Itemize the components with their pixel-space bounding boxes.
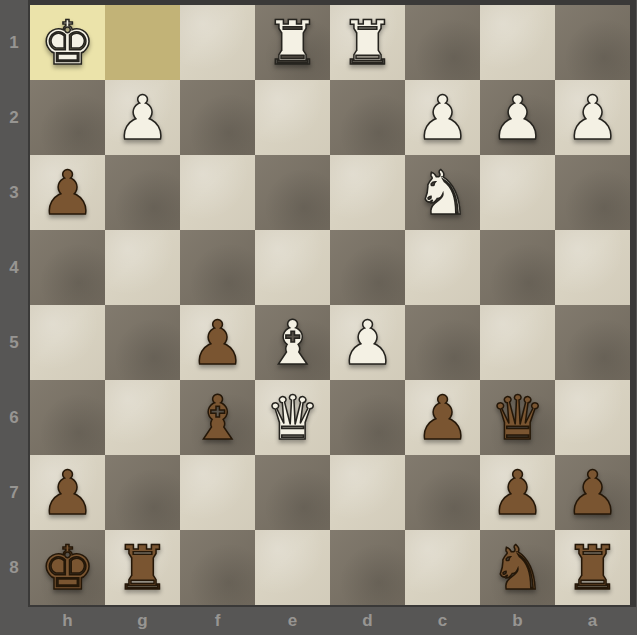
square-h4[interactable] bbox=[30, 230, 105, 305]
white-pawn[interactable]: ♟ bbox=[105, 80, 180, 155]
black-pawn[interactable]: ♟ bbox=[555, 455, 630, 530]
square-b8[interactable]: ♞ bbox=[480, 530, 555, 605]
square-c7[interactable] bbox=[405, 455, 480, 530]
white-pawn[interactable]: ♟ bbox=[480, 80, 555, 155]
white-pawn[interactable]: ♟ bbox=[405, 80, 480, 155]
square-d7[interactable] bbox=[330, 455, 405, 530]
square-d8[interactable] bbox=[330, 530, 405, 605]
square-a2[interactable]: ♟ bbox=[555, 80, 630, 155]
square-e4[interactable] bbox=[255, 230, 330, 305]
chess-board: ♚♜♜♟♟♟♟♟♞♟♝♟♝♛♟♛♟♟♟♚♜♞♜ bbox=[30, 5, 630, 605]
square-b5[interactable] bbox=[480, 305, 555, 380]
black-rook[interactable]: ♜ bbox=[105, 530, 180, 605]
square-e2[interactable] bbox=[255, 80, 330, 155]
black-pawn[interactable]: ♟ bbox=[405, 380, 480, 455]
square-h8[interactable]: ♚ bbox=[30, 530, 105, 605]
square-a6[interactable] bbox=[555, 380, 630, 455]
white-rook[interactable]: ♜ bbox=[330, 5, 405, 80]
square-h7[interactable]: ♟ bbox=[30, 455, 105, 530]
square-c1[interactable] bbox=[405, 5, 480, 80]
square-b3[interactable] bbox=[480, 155, 555, 230]
square-e8[interactable] bbox=[255, 530, 330, 605]
black-knight[interactable]: ♞ bbox=[480, 530, 555, 605]
square-f2[interactable] bbox=[180, 80, 255, 155]
square-f7[interactable] bbox=[180, 455, 255, 530]
square-d6[interactable] bbox=[330, 380, 405, 455]
square-f1[interactable] bbox=[180, 5, 255, 80]
black-king[interactable]: ♚ bbox=[30, 530, 105, 605]
white-queen[interactable]: ♛ bbox=[255, 380, 330, 455]
rank-labels: 12345678 bbox=[0, 5, 28, 605]
square-d4[interactable] bbox=[330, 230, 405, 305]
rank-label-5: 5 bbox=[0, 305, 28, 380]
square-e6[interactable]: ♛ bbox=[255, 380, 330, 455]
square-h6[interactable] bbox=[30, 380, 105, 455]
square-a4[interactable] bbox=[555, 230, 630, 305]
square-c5[interactable] bbox=[405, 305, 480, 380]
square-b1[interactable] bbox=[480, 5, 555, 80]
white-rook[interactable]: ♜ bbox=[255, 5, 330, 80]
file-label-c: c bbox=[405, 607, 480, 635]
square-h5[interactable] bbox=[30, 305, 105, 380]
rank-label-8: 8 bbox=[0, 530, 28, 605]
square-g3[interactable] bbox=[105, 155, 180, 230]
rank-label-3: 3 bbox=[0, 155, 28, 230]
square-b6[interactable]: ♛ bbox=[480, 380, 555, 455]
square-h1[interactable]: ♚ bbox=[30, 5, 105, 80]
square-f3[interactable] bbox=[180, 155, 255, 230]
black-bishop[interactable]: ♝ bbox=[180, 380, 255, 455]
square-f5[interactable]: ♟ bbox=[180, 305, 255, 380]
square-h3[interactable]: ♟ bbox=[30, 155, 105, 230]
black-queen[interactable]: ♛ bbox=[480, 380, 555, 455]
square-h2[interactable] bbox=[30, 80, 105, 155]
black-pawn[interactable]: ♟ bbox=[480, 455, 555, 530]
black-rook[interactable]: ♜ bbox=[555, 530, 630, 605]
square-a1[interactable] bbox=[555, 5, 630, 80]
black-pawn[interactable]: ♟ bbox=[30, 155, 105, 230]
black-pawn[interactable]: ♟ bbox=[180, 305, 255, 380]
square-e5[interactable]: ♝ bbox=[255, 305, 330, 380]
file-label-g: g bbox=[105, 607, 180, 635]
white-pawn[interactable]: ♟ bbox=[330, 305, 405, 380]
square-d3[interactable] bbox=[330, 155, 405, 230]
square-a5[interactable] bbox=[555, 305, 630, 380]
black-pawn[interactable]: ♟ bbox=[30, 455, 105, 530]
square-g8[interactable]: ♜ bbox=[105, 530, 180, 605]
white-pawn[interactable]: ♟ bbox=[555, 80, 630, 155]
square-g4[interactable] bbox=[105, 230, 180, 305]
white-bishop[interactable]: ♝ bbox=[255, 305, 330, 380]
board-frame: ♚♜♜♟♟♟♟♟♞♟♝♟♝♛♟♛♟♟♟♚♜♞♜ bbox=[28, 0, 636, 607]
file-label-d: d bbox=[330, 607, 405, 635]
square-d5[interactable]: ♟ bbox=[330, 305, 405, 380]
square-g7[interactable] bbox=[105, 455, 180, 530]
rank-label-2: 2 bbox=[0, 80, 28, 155]
square-a8[interactable]: ♜ bbox=[555, 530, 630, 605]
square-e7[interactable] bbox=[255, 455, 330, 530]
square-d2[interactable] bbox=[330, 80, 405, 155]
square-g5[interactable] bbox=[105, 305, 180, 380]
square-f4[interactable] bbox=[180, 230, 255, 305]
square-e1[interactable]: ♜ bbox=[255, 5, 330, 80]
rank-label-6: 6 bbox=[0, 380, 28, 455]
square-e3[interactable] bbox=[255, 155, 330, 230]
file-label-f: f bbox=[180, 607, 255, 635]
file-label-h: h bbox=[30, 607, 105, 635]
white-king[interactable]: ♚ bbox=[30, 5, 105, 80]
square-f6[interactable]: ♝ bbox=[180, 380, 255, 455]
square-g2[interactable]: ♟ bbox=[105, 80, 180, 155]
rank-label-1: 1 bbox=[0, 5, 28, 80]
square-b2[interactable]: ♟ bbox=[480, 80, 555, 155]
square-c6[interactable]: ♟ bbox=[405, 380, 480, 455]
rank-label-7: 7 bbox=[0, 455, 28, 530]
square-g1[interactable] bbox=[105, 5, 180, 80]
file-label-b: b bbox=[480, 607, 555, 635]
square-c8[interactable] bbox=[405, 530, 480, 605]
square-c4[interactable] bbox=[405, 230, 480, 305]
rank-label-4: 4 bbox=[0, 230, 28, 305]
square-c2[interactable]: ♟ bbox=[405, 80, 480, 155]
square-c3[interactable]: ♞ bbox=[405, 155, 480, 230]
square-b7[interactable]: ♟ bbox=[480, 455, 555, 530]
square-g6[interactable] bbox=[105, 380, 180, 455]
file-label-a: a bbox=[555, 607, 630, 635]
chess-app: 12345678 ♚♜♜♟♟♟♟♟♞♟♝♟♝♛♟♛♟♟♟♚♜♞♜ hgfedcb… bbox=[0, 0, 637, 635]
file-label-e: e bbox=[255, 607, 330, 635]
white-knight[interactable]: ♞ bbox=[405, 155, 480, 230]
square-a7[interactable]: ♟ bbox=[555, 455, 630, 530]
square-a3[interactable] bbox=[555, 155, 630, 230]
square-f8[interactable] bbox=[180, 530, 255, 605]
file-labels: hgfedcba bbox=[30, 607, 630, 635]
square-d1[interactable]: ♜ bbox=[330, 5, 405, 80]
square-b4[interactable] bbox=[480, 230, 555, 305]
